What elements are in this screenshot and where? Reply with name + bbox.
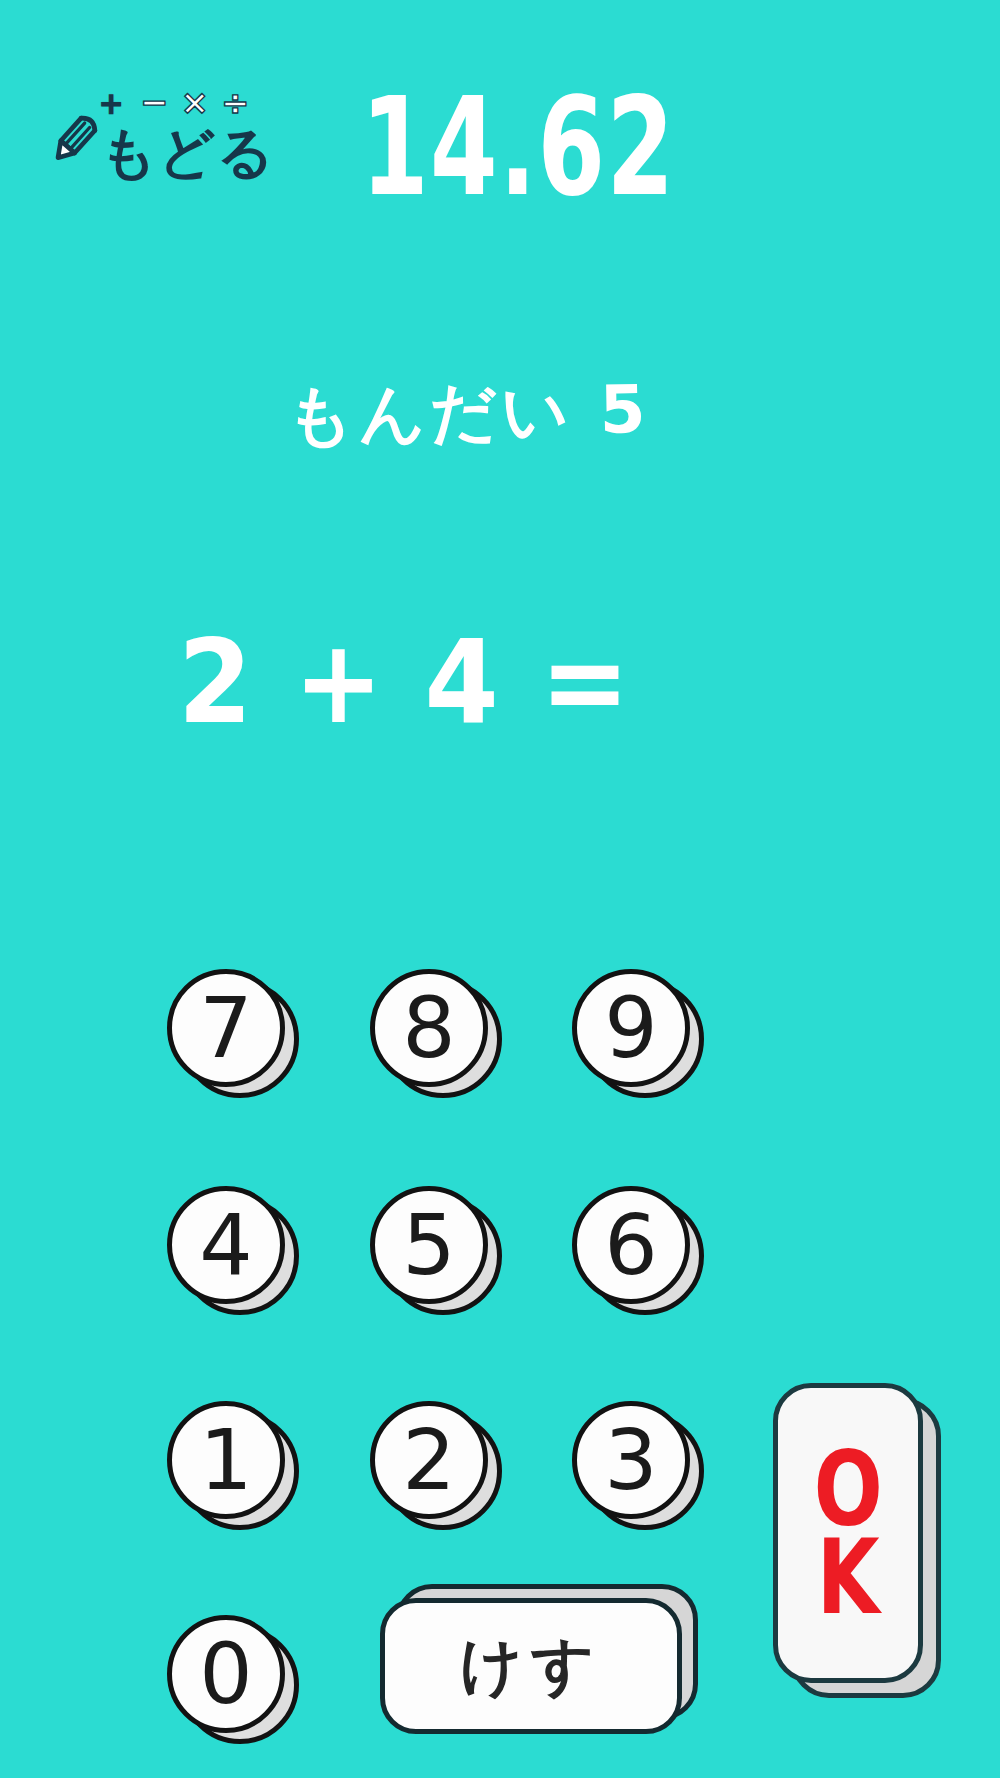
keypad-button-3[interactable]: 3 bbox=[572, 1401, 690, 1519]
key-digit-label: 5 bbox=[402, 1203, 455, 1287]
keypad-button-5[interactable]: 5 bbox=[370, 1186, 488, 1304]
keypad-button-8[interactable]: 8 bbox=[370, 969, 488, 1087]
key-digit-label: 8 bbox=[402, 986, 455, 1070]
key-digit-label: 1 bbox=[199, 1418, 252, 1502]
key-digit-label: 4 bbox=[199, 1203, 252, 1287]
back-button[interactable]: ＋−×÷ もどる bbox=[38, 76, 268, 186]
keypad-button-1[interactable]: 1 bbox=[167, 1401, 285, 1519]
key-digit-label: 0 bbox=[199, 1632, 252, 1716]
clear-button-label: けす bbox=[460, 1624, 603, 1708]
game-screen: ＋−×÷ もどる 14.62 もんだい 5 2 + 4 = 7 8 9 4 5 bbox=[0, 0, 1000, 1778]
keypad-button-2[interactable]: 2 bbox=[370, 1401, 488, 1519]
equation: 2 + 4 = bbox=[178, 624, 630, 740]
keypad-button-7[interactable]: 7 bbox=[167, 969, 285, 1087]
keypad-button-9[interactable]: 9 bbox=[572, 969, 690, 1087]
ok-button[interactable]: O K bbox=[773, 1383, 923, 1683]
key-digit-label: 3 bbox=[604, 1418, 657, 1502]
equals-sign: = bbox=[540, 624, 629, 740]
equation-operand1: 2 bbox=[178, 624, 252, 740]
pencil-icon bbox=[40, 96, 106, 186]
problem-number-label: もんだい 5 bbox=[0, 360, 937, 466]
ok-button-letter-k: K bbox=[817, 1533, 880, 1621]
key-digit-label: 7 bbox=[199, 986, 252, 1070]
keypad-button-4[interactable]: 4 bbox=[167, 1186, 285, 1304]
back-button-label: もどる bbox=[100, 116, 275, 192]
keypad-button-6[interactable]: 6 bbox=[572, 1186, 690, 1304]
key-digit-label: 2 bbox=[402, 1418, 455, 1502]
clear-button[interactable]: けす bbox=[380, 1598, 682, 1734]
keypad-button-0[interactable]: 0 bbox=[167, 1615, 285, 1733]
key-digit-label: 6 bbox=[604, 1203, 657, 1287]
timer-display: 14.62 bbox=[361, 80, 649, 215]
key-digit-label: 9 bbox=[604, 986, 657, 1070]
plus-operator: + bbox=[294, 624, 383, 740]
equation-operand2: 4 bbox=[424, 624, 498, 740]
